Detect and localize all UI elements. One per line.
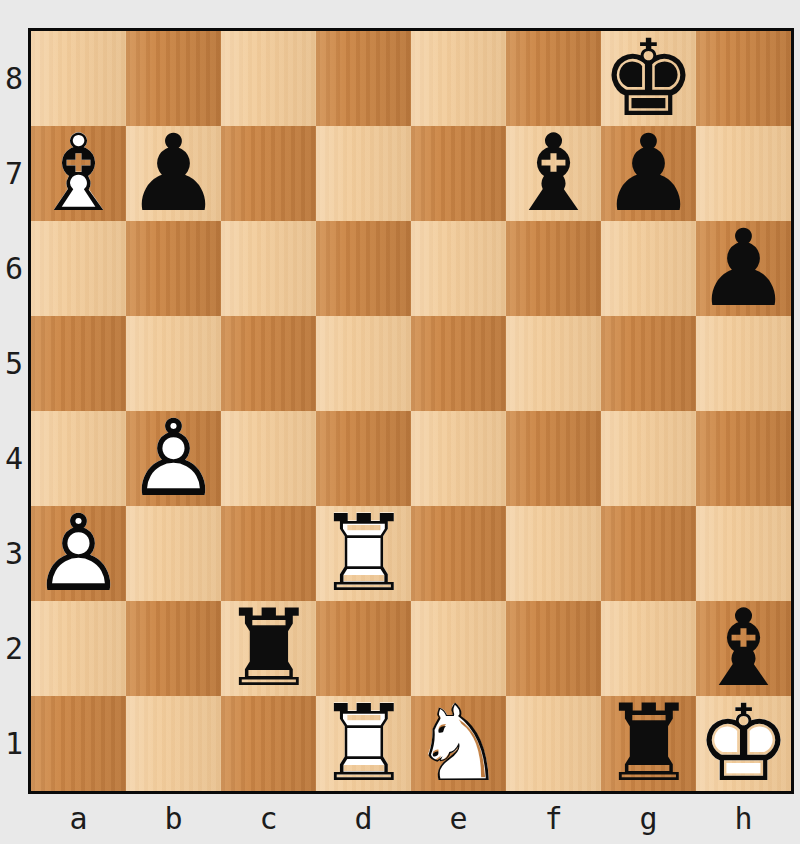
file-label-e: e <box>411 795 506 841</box>
pawn-glyph-outline: ♙ <box>126 411 221 506</box>
square-d5[interactable] <box>316 316 411 411</box>
king-glyph-outline: ♔ <box>696 696 791 791</box>
rook-glyph-outline: ♖ <box>316 696 411 791</box>
square-g1[interactable]: ♜ <box>601 696 696 791</box>
rank-label-8: 8 <box>1 31 27 126</box>
square-h1[interactable]: ♚♔ <box>696 696 791 791</box>
white-pawn-a3[interactable]: ♟♙ <box>31 506 126 601</box>
file-label-c: c <box>221 795 316 841</box>
page-background: ♚♝♗♟♝♟♟♟♙♟♙♜♖♜♝♜♖♞♘♜♚♔ 87654321abcdefgh <box>0 0 800 844</box>
rook-glyph-fill: ♜ <box>221 601 316 696</box>
square-f3[interactable] <box>506 506 601 601</box>
square-b6[interactable] <box>126 221 221 316</box>
square-f4[interactable] <box>506 411 601 506</box>
white-pawn-b4[interactable]: ♟♙ <box>126 411 221 506</box>
rank-label-2: 2 <box>1 601 27 696</box>
square-a3[interactable]: ♟♙ <box>31 506 126 601</box>
square-h6[interactable]: ♟ <box>696 221 791 316</box>
square-a7[interactable]: ♝♗ <box>31 126 126 221</box>
square-e8[interactable] <box>411 31 506 126</box>
knight-glyph-outline: ♘ <box>411 696 506 791</box>
square-e4[interactable] <box>411 411 506 506</box>
file-label-f: f <box>506 795 601 841</box>
square-d1[interactable]: ♜♖ <box>316 696 411 791</box>
rank-label-4: 4 <box>1 411 27 506</box>
pawn-glyph-outline: ♙ <box>31 506 126 601</box>
file-label-h: h <box>696 795 791 841</box>
rank-label-7: 7 <box>1 126 27 221</box>
bishop-glyph-outline: ♗ <box>31 126 126 221</box>
square-f6[interactable] <box>506 221 601 316</box>
file-label-a: a <box>31 795 126 841</box>
file-label-b: b <box>126 795 221 841</box>
rank-label-6: 6 <box>1 221 27 316</box>
square-b4[interactable]: ♟♙ <box>126 411 221 506</box>
pawn-glyph-fill: ♟ <box>126 126 221 221</box>
square-e5[interactable] <box>411 316 506 411</box>
square-h5[interactable] <box>696 316 791 411</box>
square-g7[interactable]: ♟ <box>601 126 696 221</box>
black-bishop-f7[interactable]: ♝ <box>506 126 601 221</box>
rank-label-5: 5 <box>1 316 27 411</box>
square-c7[interactable] <box>221 126 316 221</box>
square-a1[interactable] <box>31 696 126 791</box>
square-b7[interactable]: ♟ <box>126 126 221 221</box>
square-d7[interactable] <box>316 126 411 221</box>
rook-glyph-outline: ♖ <box>316 506 411 601</box>
square-b1[interactable] <box>126 696 221 791</box>
square-e7[interactable] <box>411 126 506 221</box>
black-rook-c2[interactable]: ♜ <box>221 601 316 696</box>
square-c1[interactable] <box>221 696 316 791</box>
rank-label-1: 1 <box>1 696 27 791</box>
black-rook-g1[interactable]: ♜ <box>601 696 696 791</box>
square-c8[interactable] <box>221 31 316 126</box>
square-b3[interactable] <box>126 506 221 601</box>
square-g5[interactable] <box>601 316 696 411</box>
square-a2[interactable] <box>31 601 126 696</box>
square-f5[interactable] <box>506 316 601 411</box>
black-pawn-b7[interactable]: ♟ <box>126 126 221 221</box>
black-pawn-g7[interactable]: ♟ <box>601 126 696 221</box>
square-g6[interactable] <box>601 221 696 316</box>
square-f2[interactable] <box>506 601 601 696</box>
square-a5[interactable] <box>31 316 126 411</box>
square-g3[interactable] <box>601 506 696 601</box>
rank-label-3: 3 <box>1 506 27 601</box>
square-a6[interactable] <box>31 221 126 316</box>
bishop-glyph-fill: ♝ <box>506 126 601 221</box>
white-rook-d1[interactable]: ♜♖ <box>316 696 411 791</box>
file-label-d: d <box>316 795 411 841</box>
square-c4[interactable] <box>221 411 316 506</box>
white-king-h1[interactable]: ♚♔ <box>696 696 791 791</box>
square-h4[interactable] <box>696 411 791 506</box>
square-e6[interactable] <box>411 221 506 316</box>
square-d8[interactable] <box>316 31 411 126</box>
square-c6[interactable] <box>221 221 316 316</box>
square-e1[interactable]: ♞♘ <box>411 696 506 791</box>
white-rook-d3[interactable]: ♜♖ <box>316 506 411 601</box>
square-f7[interactable]: ♝ <box>506 126 601 221</box>
square-c5[interactable] <box>221 316 316 411</box>
square-c2[interactable]: ♜ <box>221 601 316 696</box>
pawn-glyph-fill: ♟ <box>696 221 791 316</box>
square-d3[interactable]: ♜♖ <box>316 506 411 601</box>
chess-board: ♚♝♗♟♝♟♟♟♙♟♙♜♖♜♝♜♖♞♘♜♚♔ <box>28 28 794 794</box>
white-knight-e1[interactable]: ♞♘ <box>411 696 506 791</box>
black-pawn-h6[interactable]: ♟ <box>696 221 791 316</box>
white-bishop-a7[interactable]: ♝♗ <box>31 126 126 221</box>
rook-glyph-fill: ♜ <box>601 696 696 791</box>
square-g4[interactable] <box>601 411 696 506</box>
square-d6[interactable] <box>316 221 411 316</box>
square-e3[interactable] <box>411 506 506 601</box>
file-label-g: g <box>601 795 696 841</box>
square-b2[interactable] <box>126 601 221 696</box>
square-h8[interactable] <box>696 31 791 126</box>
square-f1[interactable] <box>506 696 601 791</box>
pawn-glyph-fill: ♟ <box>601 126 696 221</box>
